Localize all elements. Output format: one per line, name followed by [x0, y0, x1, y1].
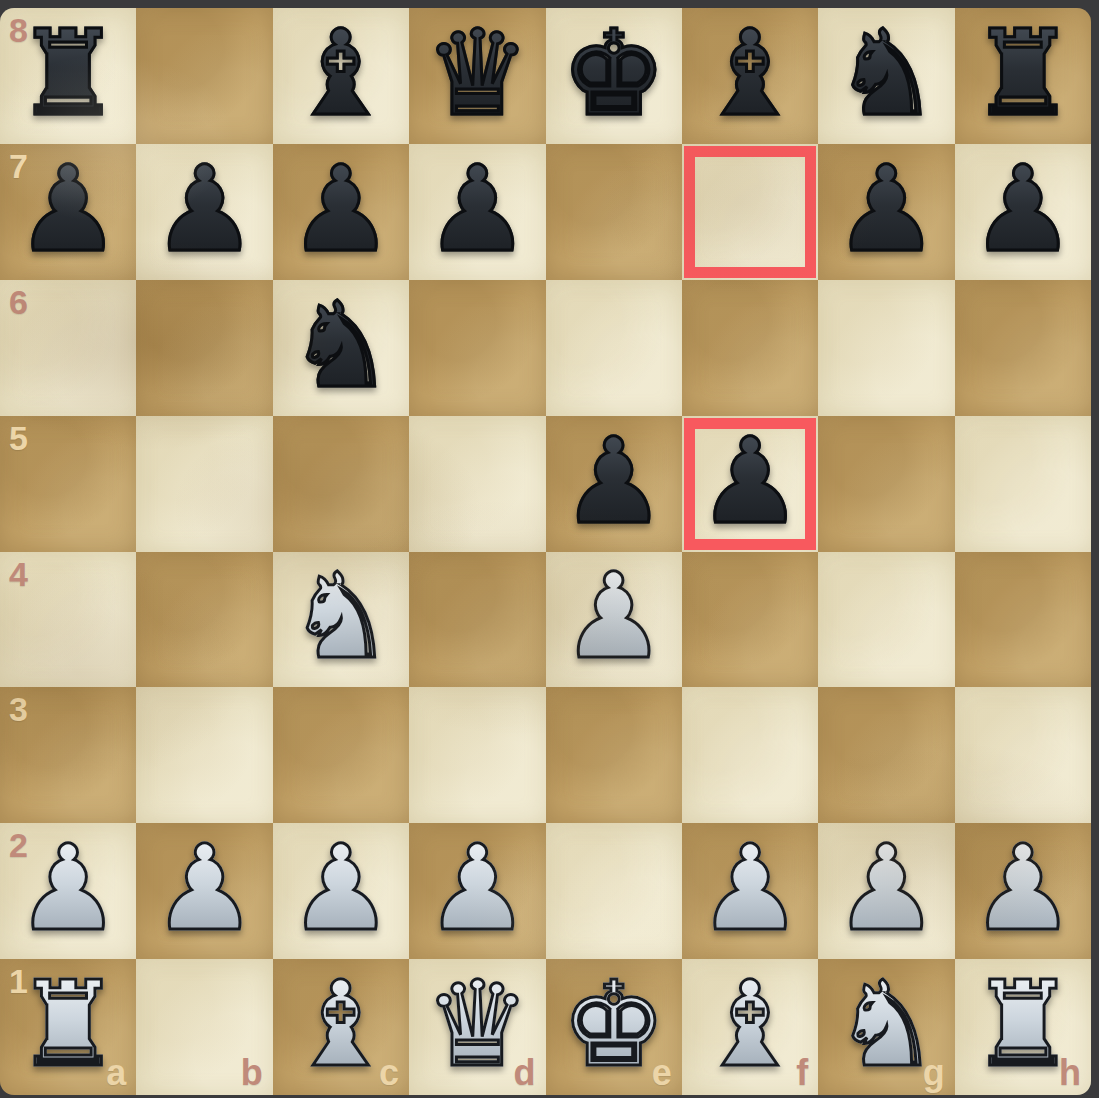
square-e2[interactable] — [546, 823, 682, 959]
piece-white-rook-a1[interactable]: ♜ — [0, 959, 136, 1095]
square-f4[interactable] — [682, 552, 818, 688]
square-g3[interactable] — [818, 687, 954, 823]
square-a3[interactable]: 3 — [0, 687, 136, 823]
square-f1[interactable]: ♝f — [682, 959, 818, 1095]
piece-white-pawn-d2[interactable]: ♟ — [409, 823, 545, 959]
square-e5[interactable]: ♟ — [546, 416, 682, 552]
square-a4[interactable]: 4 — [0, 552, 136, 688]
square-h8[interactable]: ♜ — [955, 8, 1091, 144]
square-a6[interactable]: 6 — [0, 280, 136, 416]
square-g1[interactable]: ♞g — [818, 959, 954, 1095]
piece-black-rook-a8[interactable]: ♜ — [0, 8, 136, 144]
square-a1[interactable]: ♜1a — [0, 959, 136, 1095]
piece-white-king-e1[interactable]: ♚ — [546, 959, 682, 1095]
square-b3[interactable] — [136, 687, 272, 823]
square-d5[interactable] — [409, 416, 545, 552]
square-d2[interactable]: ♟ — [409, 823, 545, 959]
square-e1[interactable]: ♚e — [546, 959, 682, 1095]
piece-white-queen-d1[interactable]: ♛ — [409, 959, 545, 1095]
square-b6[interactable] — [136, 280, 272, 416]
square-c5[interactable] — [273, 416, 409, 552]
piece-black-rook-h8[interactable]: ♜ — [955, 8, 1091, 144]
piece-black-knight-c6[interactable]: ♞ — [273, 280, 409, 416]
square-a7[interactable]: ♟7 — [0, 144, 136, 280]
square-b7[interactable]: ♟ — [136, 144, 272, 280]
square-c1[interactable]: ♝c — [273, 959, 409, 1095]
square-g2[interactable]: ♟ — [818, 823, 954, 959]
square-f2[interactable]: ♟ — [682, 823, 818, 959]
piece-white-knight-c4[interactable]: ♞ — [273, 552, 409, 688]
square-d7[interactable]: ♟ — [409, 144, 545, 280]
piece-white-pawn-e4[interactable]: ♟ — [546, 552, 682, 688]
square-g8[interactable]: ♞ — [818, 8, 954, 144]
last-move-highlight-f7 — [684, 146, 816, 278]
square-f6[interactable] — [682, 280, 818, 416]
chess-board[interactable]: ♜8♝♛♚♝♞♜♟7♟♟♟♟♟6♞5♟♟4♞♟3♟2♟♟♟♟♟♟♜1ab♝c♛d… — [0, 8, 1091, 1095]
square-d3[interactable] — [409, 687, 545, 823]
square-d6[interactable] — [409, 280, 545, 416]
piece-black-pawn-b7[interactable]: ♟ — [136, 144, 272, 280]
square-f7[interactable] — [682, 144, 818, 280]
piece-white-knight-g1[interactable]: ♞ — [818, 959, 954, 1095]
piece-white-rook-h1[interactable]: ♜ — [955, 959, 1091, 1095]
square-f3[interactable] — [682, 687, 818, 823]
piece-black-knight-g8[interactable]: ♞ — [818, 8, 954, 144]
square-a8[interactable]: ♜8 — [0, 8, 136, 144]
square-a2[interactable]: ♟2 — [0, 823, 136, 959]
square-e3[interactable] — [546, 687, 682, 823]
square-c6[interactable]: ♞ — [273, 280, 409, 416]
square-e8[interactable]: ♚ — [546, 8, 682, 144]
piece-black-pawn-h7[interactable]: ♟ — [955, 144, 1091, 280]
rank-label-5: 5 — [9, 419, 28, 458]
piece-black-queen-d8[interactable]: ♛ — [409, 8, 545, 144]
piece-white-pawn-c2[interactable]: ♟ — [273, 823, 409, 959]
piece-white-pawn-f2[interactable]: ♟ — [682, 823, 818, 959]
rank-label-6: 6 — [9, 283, 28, 322]
square-h6[interactable] — [955, 280, 1091, 416]
square-h7[interactable]: ♟ — [955, 144, 1091, 280]
square-a5[interactable]: 5 — [0, 416, 136, 552]
square-e4[interactable]: ♟ — [546, 552, 682, 688]
square-c3[interactable] — [273, 687, 409, 823]
square-g7[interactable]: ♟ — [818, 144, 954, 280]
square-g5[interactable] — [818, 416, 954, 552]
piece-black-bishop-f8[interactable]: ♝ — [682, 8, 818, 144]
rank-label-3: 3 — [9, 690, 28, 729]
file-label-b: b — [241, 1052, 263, 1094]
piece-black-pawn-a7[interactable]: ♟ — [0, 144, 136, 280]
piece-black-pawn-e5[interactable]: ♟ — [546, 416, 682, 552]
piece-black-king-e8[interactable]: ♚ — [546, 8, 682, 144]
piece-black-pawn-f5[interactable]: ♟ — [682, 416, 818, 552]
app-background: ♜8♝♛♚♝♞♜♟7♟♟♟♟♟6♞5♟♟4♞♟3♟2♟♟♟♟♟♟♜1ab♝c♛d… — [0, 0, 1099, 1098]
piece-black-bishop-c8[interactable]: ♝ — [273, 8, 409, 144]
square-c7[interactable]: ♟ — [273, 144, 409, 280]
piece-white-pawn-g2[interactable]: ♟ — [818, 823, 954, 959]
piece-black-pawn-g7[interactable]: ♟ — [818, 144, 954, 280]
square-b2[interactable]: ♟ — [136, 823, 272, 959]
square-b5[interactable] — [136, 416, 272, 552]
square-c2[interactable]: ♟ — [273, 823, 409, 959]
square-c8[interactable]: ♝ — [273, 8, 409, 144]
square-h4[interactable] — [955, 552, 1091, 688]
square-g6[interactable] — [818, 280, 954, 416]
square-f8[interactable]: ♝ — [682, 8, 818, 144]
square-f5[interactable]: ♟ — [682, 416, 818, 552]
square-b1[interactable]: b — [136, 959, 272, 1095]
piece-black-pawn-c7[interactable]: ♟ — [273, 144, 409, 280]
square-c4[interactable]: ♞ — [273, 552, 409, 688]
square-e6[interactable] — [546, 280, 682, 416]
square-d8[interactable]: ♛ — [409, 8, 545, 144]
square-e7[interactable] — [546, 144, 682, 280]
piece-white-pawn-a2[interactable]: ♟ — [0, 823, 136, 959]
square-d1[interactable]: ♛d — [409, 959, 545, 1095]
piece-white-bishop-f1[interactable]: ♝ — [682, 959, 818, 1095]
square-h3[interactable] — [955, 687, 1091, 823]
piece-white-pawn-h2[interactable]: ♟ — [955, 823, 1091, 959]
square-d4[interactable] — [409, 552, 545, 688]
rank-label-4: 4 — [9, 555, 28, 594]
piece-white-pawn-b2[interactable]: ♟ — [136, 823, 272, 959]
piece-black-pawn-d7[interactable]: ♟ — [409, 144, 545, 280]
square-g4[interactable] — [818, 552, 954, 688]
square-h2[interactable]: ♟ — [955, 823, 1091, 959]
square-b4[interactable] — [136, 552, 272, 688]
square-h1[interactable]: ♜h — [955, 959, 1091, 1095]
square-b8[interactable] — [136, 8, 272, 144]
piece-white-bishop-c1[interactable]: ♝ — [273, 959, 409, 1095]
square-h5[interactable] — [955, 416, 1091, 552]
